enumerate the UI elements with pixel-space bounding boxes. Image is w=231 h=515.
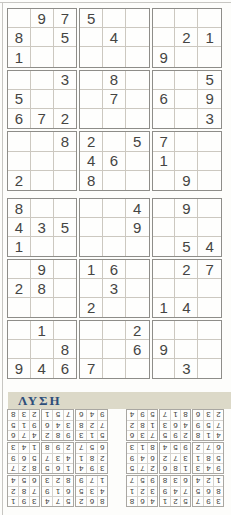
cell-r4c1: [8, 71, 31, 90]
cell-r2c1: 4: [97, 486, 107, 496]
cell-r7c3: 3: [76, 430, 86, 440]
cell-r2c1: 4: [8, 218, 31, 237]
sudoku-box: 521749638: [159, 475, 191, 507]
sudoku-box: 736182594: [126, 409, 158, 441]
cell-r6c9: 3: [127, 443, 137, 453]
cell-r3c1: 1: [213, 476, 223, 486]
sudoku-box: 397865124: [192, 475, 224, 507]
cell-r4c6: 6: [160, 463, 170, 473]
cell-r9c8: 3: [175, 359, 198, 378]
cell-r9c1: 9: [97, 410, 107, 420]
cell-r7c3: 8: [54, 132, 77, 151]
cell-r2c1: 8: [8, 28, 31, 47]
cell-r5c6: [126, 90, 149, 109]
cell-r1c5: 7: [52, 496, 62, 506]
sudoku-box: 468321957: [126, 475, 158, 507]
cell-r3c4: [80, 47, 103, 66]
cell-r5c4: [80, 279, 103, 298]
cell-r2c4: [80, 218, 103, 237]
cell-r1c1: [8, 9, 31, 28]
cell-r1c2: [31, 199, 54, 218]
sudoku-box: 476915238: [7, 409, 40, 441]
cell-r8c8: [175, 152, 198, 171]
cell-r9c1: 2: [213, 410, 223, 420]
cell-r3c2: [31, 47, 54, 66]
cell-r5c3: [54, 90, 77, 109]
cell-r9c2: 4: [31, 359, 54, 378]
cell-r1c9: [198, 9, 221, 28]
cell-r1c2: 9: [203, 496, 213, 506]
cell-r3c9: [198, 47, 221, 66]
cell-r6c4: [80, 109, 103, 128]
solution-label: ΛΥΣΗ: [8, 392, 62, 409]
cell-r5c4: 3: [180, 453, 190, 463]
cell-r2c7: 3: [147, 486, 157, 496]
cell-r7c4: [80, 321, 103, 340]
cell-r9c7: [153, 171, 176, 190]
cell-r4c2: 9: [86, 463, 96, 473]
cell-r7c7: 4: [29, 430, 39, 440]
cell-r2c8: 2: [137, 486, 147, 496]
cell-r3c7: 6: [29, 476, 39, 486]
cell-r3c9: 4: [8, 476, 18, 486]
sudoku-box: 87: [79, 70, 149, 130]
cell-r9c9: [198, 359, 221, 378]
cell-r3c5: 2: [52, 476, 62, 486]
cell-r8c4: 3: [63, 420, 73, 430]
cell-r4c5: 8: [170, 463, 180, 473]
cell-r4c9: 5: [198, 71, 221, 90]
sudoku-box: 219: [152, 8, 222, 68]
cell-r6c4: 9: [180, 443, 190, 453]
sudoku-box: 165437298: [41, 442, 74, 474]
sudoku-box: 18946: [7, 320, 77, 379]
cell-r8c3: 8: [76, 420, 86, 430]
cell-r9c8: 9: [137, 410, 147, 420]
cell-r6c8: 4: [18, 443, 28, 453]
cell-r9c5: [103, 359, 126, 378]
cell-r6c3: 2: [193, 443, 203, 453]
cell-r3c7: 9: [153, 47, 176, 66]
cell-r7c1: [8, 321, 31, 340]
cell-r3c8: 5: [137, 476, 147, 486]
cell-r3c6: [126, 237, 149, 256]
cell-r3c1: 1: [97, 476, 107, 486]
cell-r9c6: 7: [160, 410, 170, 420]
cell-r7c5: [103, 132, 126, 151]
cell-r9c6: [126, 171, 149, 190]
cell-r4c1: 3: [97, 463, 107, 473]
sudoku-box: 982346751: [41, 409, 74, 441]
cell-r7c4: 2: [180, 430, 190, 440]
cell-r8c7: 1: [153, 152, 176, 171]
cell-r5c9: 9: [8, 453, 18, 463]
cell-r6c1: 6: [213, 443, 223, 453]
cell-r2c4: [80, 28, 103, 47]
cell-r6c5: [103, 298, 126, 317]
cell-r9c4: 8: [80, 171, 103, 190]
cell-r8c3: 8: [54, 340, 77, 359]
cell-r8c5: 6: [170, 420, 180, 430]
cell-r6c2: 7: [203, 443, 213, 453]
cell-r7c2: 1: [86, 430, 96, 440]
cell-r7c1: 5: [97, 430, 107, 440]
cell-r5c3: [54, 279, 77, 298]
cell-r4c4: 1: [63, 463, 73, 473]
cell-r6c5: [103, 109, 126, 128]
cell-r9c3: 6: [193, 410, 203, 420]
cell-r3c8: 5: [18, 476, 28, 486]
cell-r2c2: 3: [31, 218, 54, 237]
cell-r8c8: 8: [137, 420, 147, 430]
cell-r8c5: 6: [103, 152, 126, 171]
cell-r4c7: [153, 260, 176, 279]
cell-r3c4: 8: [63, 476, 73, 486]
cell-r1c8: 6: [137, 496, 147, 506]
sudoku-box: 25468: [79, 131, 149, 191]
cell-r1c2: 9: [31, 9, 54, 28]
cell-r1c9: 8: [127, 496, 137, 506]
cell-r2c3: 5: [193, 486, 203, 496]
cell-r8c6: 6: [126, 340, 149, 359]
cell-r7c6: 2: [42, 430, 52, 440]
cell-r1c9: [198, 199, 221, 218]
cell-r6c4: 2: [63, 443, 73, 453]
cell-r5c2: 8: [31, 279, 54, 298]
cell-r6c7: 8: [147, 443, 157, 453]
cell-r2c9: 1: [198, 28, 221, 47]
cell-r4c8: [175, 71, 198, 90]
cell-r3c3: [54, 47, 77, 66]
cell-r2c7: 7: [29, 486, 39, 496]
cell-r7c6: 5: [160, 430, 170, 440]
cell-r2c3: 5: [76, 486, 86, 496]
cell-r3c3: [54, 237, 77, 256]
cell-r2c5: 1: [52, 486, 62, 496]
cell-r7c1: 4: [213, 430, 223, 440]
cell-r4c2: [31, 71, 54, 90]
cell-r5c5: 7: [103, 90, 126, 109]
cell-r9c1: 2: [8, 171, 31, 190]
cell-r7c6: 5: [126, 132, 149, 151]
sudoku-box: 295463817: [159, 409, 191, 441]
sudoku-box: 267: [79, 320, 149, 379]
cell-r6c7: 1: [29, 443, 39, 453]
cell-r9c2: [31, 171, 54, 190]
cell-r5c6: 7: [42, 453, 52, 463]
cell-r2c8: 8: [18, 486, 28, 496]
cell-r9c7: 5: [147, 410, 157, 420]
cell-r2c5: 4: [103, 28, 126, 47]
sudoku-box: 394281657: [75, 442, 108, 474]
cell-r1c4: 5: [63, 496, 73, 506]
cell-r2c6: 9: [126, 218, 149, 237]
cell-r5c1: 5: [8, 90, 31, 109]
cell-r1c1: 3: [213, 496, 223, 506]
cell-r1c7: [153, 9, 176, 28]
cell-r9c7: [153, 359, 176, 378]
cell-r7c2: 1: [203, 430, 213, 440]
cell-r8c2: 2: [86, 420, 96, 430]
cell-r1c3: [54, 199, 77, 218]
cell-r3c7: [153, 237, 176, 256]
cell-r5c9: 9: [198, 90, 221, 109]
cell-r2c9: [198, 218, 221, 237]
cell-r1c6: [126, 9, 149, 28]
cell-r5c9: 9: [127, 453, 137, 463]
cell-r6c3: 7: [76, 443, 86, 453]
cell-r1c8: 9: [175, 199, 198, 218]
sudoku-box: 928: [7, 259, 77, 318]
sudoku-box: 827569143: [7, 442, 40, 474]
cell-r5c1: 2: [97, 453, 107, 463]
cell-r8c6: [126, 152, 149, 171]
cell-r4c6: [126, 71, 149, 90]
cell-r7c7: 7: [147, 430, 157, 440]
cell-r9c4: 7: [80, 359, 103, 378]
cell-r1c2: 6: [86, 496, 96, 506]
cell-r5c5: 3: [52, 453, 62, 463]
cell-r7c8: [175, 132, 198, 151]
cell-r6c6: 8: [42, 443, 52, 453]
cell-r2c2: [31, 28, 54, 47]
cell-r6c9: [198, 298, 221, 317]
cell-r1c8: 9: [18, 496, 28, 506]
cell-r5c8: [175, 90, 198, 109]
cell-r4c3: 3: [193, 463, 203, 473]
cell-r4c8: 2: [175, 260, 198, 279]
puzzle-2-grid: 8435149954928163227141894626793: [7, 198, 222, 379]
cell-r7c3: [54, 321, 77, 340]
sudoku-box: 418759236: [192, 409, 224, 441]
cell-r6c1: [8, 298, 31, 317]
cell-r6c6: [126, 109, 149, 128]
cell-r5c8: [175, 279, 198, 298]
cell-r2c3: 5: [54, 218, 77, 237]
cell-r9c6: [126, 359, 149, 378]
cell-r9c7: 2: [29, 410, 39, 420]
cell-r5c3: 1: [76, 453, 86, 463]
cell-r5c7: 6: [147, 453, 157, 463]
solution-grid-puzzle-1: 3978651245217496384683219579435816721863…: [126, 417, 224, 507]
cell-r4c8: 2: [18, 463, 28, 473]
cell-r1c7: 3: [29, 496, 39, 506]
cell-r9c2: 3: [203, 410, 213, 420]
cell-r9c4: 7: [63, 410, 73, 420]
cell-r3c3: 4: [193, 476, 203, 486]
cell-r4c3: 4: [76, 463, 86, 473]
cell-r8c4: 4: [80, 152, 103, 171]
cell-r4c5: 8: [103, 71, 126, 90]
cell-r3c2: 7: [86, 476, 96, 486]
cell-r9c5: [103, 171, 126, 190]
cell-r5c2: 8: [203, 453, 213, 463]
page: 9785154219356728756938225468719 84351499…: [0, 0, 231, 515]
cell-r7c5: 8: [52, 430, 62, 440]
cell-r3c5: [103, 237, 126, 256]
cell-r8c5: 4: [52, 420, 62, 430]
cell-r9c2: 4: [86, 410, 96, 420]
cell-r3c3: 9: [76, 476, 86, 486]
cell-r9c4: 8: [180, 410, 190, 420]
cell-r1c4: 5: [180, 496, 190, 506]
cell-r6c1: 6: [97, 443, 107, 453]
sudoku-box: 5693: [152, 70, 222, 130]
cell-r5c5: 3: [103, 279, 126, 298]
cell-r8c8: [175, 340, 198, 359]
cell-r2c4: 7: [180, 486, 190, 496]
cell-r8c9: [198, 340, 221, 359]
cell-r6c1: 6: [8, 109, 31, 128]
cell-r6c9: 3: [198, 109, 221, 128]
cell-r4c4: 1: [80, 260, 103, 279]
solution-grid-puzzle-2: 8624351795746198233917826543942816571654…: [7, 417, 108, 507]
cell-r7c8: [175, 321, 198, 340]
cell-r5c4: [80, 90, 103, 109]
sudoku-box: 97851: [7, 8, 77, 68]
sudoku-box: 49: [79, 198, 149, 257]
cell-r3c8: 5: [175, 237, 198, 256]
cell-r6c6: [126, 298, 149, 317]
cell-r8c7: 9: [29, 420, 39, 430]
cell-r5c6: 2: [160, 453, 170, 463]
cell-r1c9: 1: [8, 496, 18, 506]
cell-r4c7: 8: [29, 463, 39, 473]
cell-r9c9: [198, 171, 221, 190]
cell-r8c1: [8, 152, 31, 171]
cell-r6c4: 2: [80, 298, 103, 317]
cell-r2c4: 6: [63, 486, 73, 496]
cell-r3c6: 3: [42, 476, 52, 486]
sudoku-box: 82: [7, 131, 77, 191]
sudoku-box: 513728946: [75, 409, 108, 441]
cell-r8c6: 3: [160, 420, 170, 430]
cell-r5c5: 7: [170, 453, 180, 463]
cell-r3c7: 9: [147, 476, 157, 486]
cell-r6c2: 7: [31, 109, 54, 128]
cell-r2c8: [175, 218, 198, 237]
cell-r7c3: 8: [193, 430, 203, 440]
cell-r6c7: [153, 109, 176, 128]
cell-r5c9: [198, 279, 221, 298]
cell-r5c3: 1: [193, 453, 203, 463]
cell-r8c6: 6: [42, 420, 52, 430]
cell-r8c7: 9: [153, 340, 176, 359]
cell-r3c9: 4: [198, 237, 221, 256]
cell-r1c4: [80, 199, 103, 218]
cell-r6c7: 1: [153, 298, 176, 317]
cell-r2c9: 2: [8, 486, 18, 496]
cell-r2c6: [126, 28, 149, 47]
cell-r6c8: 4: [175, 298, 198, 317]
sudoku-box: 275649813: [126, 442, 158, 474]
cell-r9c3: [54, 171, 77, 190]
puzzle-1-grid: 9785154219356728756938225468719: [7, 8, 222, 191]
cell-r8c7: 1: [147, 420, 157, 430]
cell-r8c2: [31, 340, 54, 359]
cell-r2c5: [103, 218, 126, 237]
cell-r3c4: 6: [180, 476, 190, 486]
cell-r2c5: 4: [170, 486, 180, 496]
sudoku-box: 186372954: [159, 442, 191, 474]
cell-r9c1: 9: [8, 359, 31, 378]
cell-r1c1: 8: [97, 496, 107, 506]
cell-r8c1: 7: [97, 420, 107, 430]
cell-r9c3: 6: [76, 410, 86, 420]
cell-r8c9: 5: [8, 420, 18, 430]
cell-r4c9: 5: [127, 463, 137, 473]
cell-r7c2: 1: [31, 321, 54, 340]
cell-r7c7: [153, 321, 176, 340]
cell-r7c2: [31, 132, 54, 151]
cell-r1c8: [175, 9, 198, 28]
cell-r7c1: [8, 132, 31, 151]
cell-r6c9: 3: [8, 443, 18, 453]
cell-r4c1: 9: [213, 463, 223, 473]
cell-r8c9: 2: [127, 420, 137, 430]
sudoku-box: 862435179: [75, 475, 108, 507]
cell-r2c2: 6: [203, 486, 213, 496]
cell-r9c5: 5: [52, 410, 62, 420]
sudoku-box: 954: [152, 198, 222, 257]
cell-r6c8: 1: [137, 443, 147, 453]
sudoku-box: 574619823: [41, 475, 74, 507]
cell-r3c5: [103, 47, 126, 66]
cell-r9c8: 3: [18, 410, 28, 420]
cell-r2c9: 1: [127, 486, 137, 496]
cell-r3c2: 2: [203, 476, 213, 486]
cell-r1c5: [103, 199, 126, 218]
cell-r4c7: 2: [147, 463, 157, 473]
cell-r6c3: 2: [54, 109, 77, 128]
cell-r3c8: [175, 47, 198, 66]
cell-r8c2: 5: [203, 420, 213, 430]
sudoku-box: 943581672: [192, 442, 224, 474]
cell-r5c1: 2: [8, 279, 31, 298]
cell-r5c2: 8: [86, 453, 96, 463]
cell-r8c1: [8, 340, 31, 359]
cell-r8c9: [198, 152, 221, 171]
cell-r2c3: 5: [54, 28, 77, 47]
sudoku-box: 84351: [7, 198, 77, 257]
cell-r4c3: 3: [54, 71, 77, 90]
cell-r5c7: 5: [29, 453, 39, 463]
cell-r4c7: [153, 71, 176, 90]
sudoku-box: 391782654: [7, 475, 40, 507]
cell-r6c2: 5: [86, 443, 96, 453]
cell-r5c1: 5: [213, 453, 223, 463]
cell-r2c6: 9: [160, 486, 170, 496]
cell-r3c6: 8: [160, 476, 170, 486]
cell-r3c9: 7: [127, 476, 137, 486]
cell-r8c4: [80, 340, 103, 359]
cell-r7c5: [103, 321, 126, 340]
cell-r4c1: [8, 260, 31, 279]
cell-r4c4: [80, 71, 103, 90]
cell-r1c7: [153, 199, 176, 218]
sudoku-box: 54: [79, 8, 149, 68]
cell-r6c5: 5: [170, 443, 180, 453]
cell-r7c9: 6: [127, 430, 137, 440]
cell-r8c1: 7: [213, 420, 223, 430]
cell-r6c5: 9: [52, 443, 62, 453]
cell-r3c4: [80, 237, 103, 256]
cell-r1c6: 1: [160, 496, 170, 506]
cell-r7c7: 7: [153, 132, 176, 151]
cell-r5c7: 6: [153, 90, 176, 109]
cell-r7c8: 3: [137, 430, 147, 440]
cell-r9c9: 8: [8, 410, 18, 420]
